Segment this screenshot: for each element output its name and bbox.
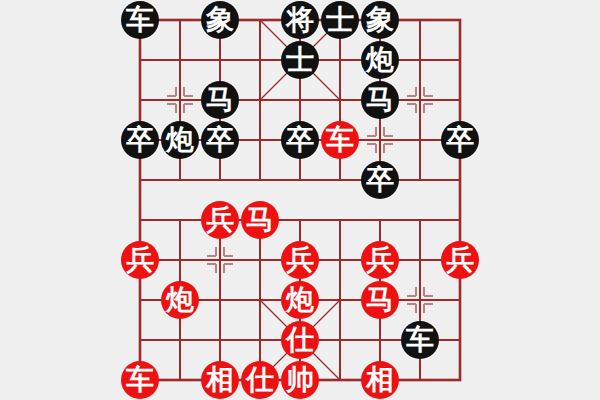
piece-black-elephant[interactable]: 象 bbox=[201, 1, 239, 39]
piece-black-advisor[interactable]: 士 bbox=[281, 41, 319, 79]
board-point-1-2[interactable] bbox=[160, 80, 200, 120]
board-point-2-1[interactable] bbox=[200, 40, 240, 80]
board-point-6-0[interactable]: 象 bbox=[360, 0, 400, 40]
piece-black-cannon[interactable]: 炮 bbox=[361, 41, 399, 79]
board-point-6-8[interactable] bbox=[360, 320, 400, 360]
piece-black-soldier[interactable]: 卒 bbox=[201, 121, 239, 159]
board-point-8-7[interactable] bbox=[440, 280, 480, 320]
piece-red-elephant[interactable]: 相 bbox=[201, 361, 239, 399]
piece-black-chariot[interactable]: 车 bbox=[121, 1, 159, 39]
board-point-3-2[interactable] bbox=[240, 80, 280, 120]
board-point-5-1[interactable] bbox=[320, 40, 360, 80]
board-point-6-5[interactable] bbox=[360, 200, 400, 240]
piece-black-chariot[interactable]: 车 bbox=[401, 321, 439, 359]
board-point-7-4[interactable] bbox=[400, 160, 440, 200]
piece-black-soldier[interactable]: 卒 bbox=[441, 121, 479, 159]
board-point-4-4[interactable] bbox=[280, 160, 320, 200]
piece-black-elephant[interactable]: 象 bbox=[361, 1, 399, 39]
board-point-1-4[interactable] bbox=[160, 160, 200, 200]
piece-black-soldier[interactable]: 卒 bbox=[121, 121, 159, 159]
board-point-6-9[interactable]: 相 bbox=[360, 360, 400, 400]
piece-red-soldier[interactable]: 兵 bbox=[121, 241, 159, 279]
board-point-0-2[interactable] bbox=[120, 80, 160, 120]
board-point-6-1[interactable]: 炮 bbox=[360, 40, 400, 80]
board-point-8-3[interactable]: 卒 bbox=[440, 120, 480, 160]
piece-red-advisor[interactable]: 仕 bbox=[241, 361, 279, 399]
board-point-2-0[interactable]: 象 bbox=[200, 0, 240, 40]
board-point-0-4[interactable] bbox=[120, 160, 160, 200]
board-point-1-3[interactable]: 炮 bbox=[160, 120, 200, 160]
board-point-1-9[interactable] bbox=[160, 360, 200, 400]
xiangqi-board[interactable]: 车象将士象士炮马马卒炮卒卒车卒卒兵马兵兵兵兵炮炮马仕车车相仕帅相 bbox=[120, 0, 480, 400]
board-point-6-6[interactable]: 兵 bbox=[360, 240, 400, 280]
piece-black-horse[interactable]: 马 bbox=[201, 81, 239, 119]
board-point-8-0[interactable] bbox=[440, 0, 480, 40]
board-point-1-8[interactable] bbox=[160, 320, 200, 360]
board-point-8-6[interactable]: 兵 bbox=[440, 240, 480, 280]
board-point-8-2[interactable] bbox=[440, 80, 480, 120]
piece-red-soldier[interactable]: 兵 bbox=[281, 241, 319, 279]
board-point-5-6[interactable] bbox=[320, 240, 360, 280]
board-point-6-3[interactable] bbox=[360, 120, 400, 160]
piece-black-cannon[interactable]: 炮 bbox=[161, 121, 199, 159]
board-point-7-0[interactable] bbox=[400, 0, 440, 40]
board-point-3-3[interactable] bbox=[240, 120, 280, 160]
piece-black-general[interactable]: 将 bbox=[281, 1, 319, 39]
board-point-1-0[interactable] bbox=[160, 0, 200, 40]
board-point-6-2[interactable]: 马 bbox=[360, 80, 400, 120]
board-point-2-7[interactable] bbox=[200, 280, 240, 320]
piece-red-general[interactable]: 帅 bbox=[281, 361, 319, 399]
piece-black-soldier[interactable]: 卒 bbox=[361, 161, 399, 199]
board-point-3-1[interactable] bbox=[240, 40, 280, 80]
board-point-3-8[interactable] bbox=[240, 320, 280, 360]
board-point-4-1[interactable]: 士 bbox=[280, 40, 320, 80]
piece-black-soldier[interactable]: 卒 bbox=[281, 121, 319, 159]
board-point-3-6[interactable] bbox=[240, 240, 280, 280]
board-point-2-4[interactable] bbox=[200, 160, 240, 200]
board-point-8-4[interactable] bbox=[440, 160, 480, 200]
board-point-1-7[interactable]: 炮 bbox=[160, 280, 200, 320]
board-point-8-5[interactable] bbox=[440, 200, 480, 240]
board-point-4-5[interactable] bbox=[280, 200, 320, 240]
piece-red-chariot[interactable]: 车 bbox=[121, 361, 159, 399]
piece-red-horse[interactable]: 马 bbox=[241, 201, 279, 239]
piece-red-cannon[interactable]: 炮 bbox=[161, 281, 199, 319]
piece-red-chariot[interactable]: 车 bbox=[321, 121, 359, 159]
board-point-2-5[interactable]: 兵 bbox=[200, 200, 240, 240]
board-point-3-0[interactable] bbox=[240, 0, 280, 40]
board-point-5-4[interactable] bbox=[320, 160, 360, 200]
board-point-5-0[interactable]: 士 bbox=[320, 0, 360, 40]
board-point-0-8[interactable] bbox=[120, 320, 160, 360]
piece-red-soldier[interactable]: 兵 bbox=[201, 201, 239, 239]
board-point-7-6[interactable] bbox=[400, 240, 440, 280]
board-point-7-2[interactable] bbox=[400, 80, 440, 120]
board-point-2-2[interactable]: 马 bbox=[200, 80, 240, 120]
xiangqi-screen: 车象将士象士炮马马卒炮卒卒车卒卒兵马兵兵兵兵炮炮马仕车车相仕帅相 bbox=[0, 0, 600, 400]
board-point-4-0[interactable]: 将 bbox=[280, 0, 320, 40]
board-point-3-5[interactable]: 马 bbox=[240, 200, 280, 240]
piece-red-soldier[interactable]: 兵 bbox=[361, 241, 399, 279]
board-point-8-1[interactable] bbox=[440, 40, 480, 80]
board-point-2-6[interactable] bbox=[200, 240, 240, 280]
board-point-5-8[interactable] bbox=[320, 320, 360, 360]
board-point-8-9[interactable] bbox=[440, 360, 480, 400]
board-point-0-6[interactable]: 兵 bbox=[120, 240, 160, 280]
board-point-0-7[interactable] bbox=[120, 280, 160, 320]
board-point-0-9[interactable]: 车 bbox=[120, 360, 160, 400]
board-point-7-7[interactable] bbox=[400, 280, 440, 320]
board-point-4-6[interactable]: 兵 bbox=[280, 240, 320, 280]
piece-red-elephant[interactable]: 相 bbox=[361, 361, 399, 399]
board-point-7-5[interactable] bbox=[400, 200, 440, 240]
board-point-5-7[interactable] bbox=[320, 280, 360, 320]
piece-red-advisor[interactable]: 仕 bbox=[281, 321, 319, 359]
board-point-5-5[interactable] bbox=[320, 200, 360, 240]
board-point-3-4[interactable] bbox=[240, 160, 280, 200]
board-point-7-1[interactable] bbox=[400, 40, 440, 80]
board-point-1-5[interactable] bbox=[160, 200, 200, 240]
board-point-7-8[interactable]: 车 bbox=[400, 320, 440, 360]
board-point-0-0[interactable]: 车 bbox=[120, 0, 160, 40]
board-point-2-9[interactable]: 相 bbox=[200, 360, 240, 400]
board-point-1-1[interactable] bbox=[160, 40, 200, 80]
board-point-5-3[interactable]: 车 bbox=[320, 120, 360, 160]
piece-black-advisor[interactable]: 士 bbox=[321, 1, 359, 39]
board-point-6-4[interactable]: 卒 bbox=[360, 160, 400, 200]
board-point-4-7[interactable]: 炮 bbox=[280, 280, 320, 320]
board-point-0-1[interactable] bbox=[120, 40, 160, 80]
board-point-7-9[interactable] bbox=[400, 360, 440, 400]
piece-black-horse[interactable]: 马 bbox=[361, 81, 399, 119]
board-point-0-3[interactable]: 卒 bbox=[120, 120, 160, 160]
board-point-0-5[interactable] bbox=[120, 200, 160, 240]
piece-red-soldier[interactable]: 兵 bbox=[441, 241, 479, 279]
board-point-6-7[interactable]: 马 bbox=[360, 280, 400, 320]
board-point-4-8[interactable]: 仕 bbox=[280, 320, 320, 360]
board-point-4-9[interactable]: 帅 bbox=[280, 360, 320, 400]
piece-red-cannon[interactable]: 炮 bbox=[281, 281, 319, 319]
board-point-3-9[interactable]: 仕 bbox=[240, 360, 280, 400]
board-point-4-2[interactable] bbox=[280, 80, 320, 120]
piece-red-horse[interactable]: 马 bbox=[361, 281, 399, 319]
board-point-8-8[interactable] bbox=[440, 320, 480, 360]
board-point-3-7[interactable] bbox=[240, 280, 280, 320]
board-point-1-6[interactable] bbox=[160, 240, 200, 280]
board-point-2-8[interactable] bbox=[200, 320, 240, 360]
board-point-7-3[interactable] bbox=[400, 120, 440, 160]
board-point-5-2[interactable] bbox=[320, 80, 360, 120]
board-point-5-9[interactable] bbox=[320, 360, 360, 400]
board-point-2-3[interactable]: 卒 bbox=[200, 120, 240, 160]
board-point-4-3[interactable]: 卒 bbox=[280, 120, 320, 160]
